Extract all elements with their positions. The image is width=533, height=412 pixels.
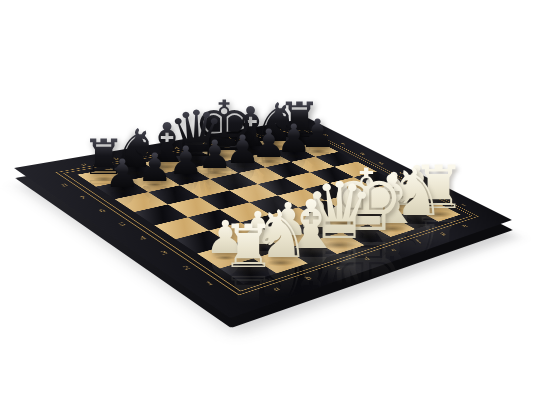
black-pawn-reflection: ♟ bbox=[197, 167, 232, 206]
white-rook: ♜ bbox=[412, 159, 465, 219]
piece-shadow bbox=[177, 157, 216, 166]
black-pawn-reflection: ♟ bbox=[225, 162, 260, 201]
black-knight: ♞ bbox=[112, 123, 160, 176]
piece-shadow bbox=[395, 217, 436, 226]
white-pawn: ♟ bbox=[237, 206, 278, 251]
white-queen-reflection: ♛ bbox=[304, 237, 374, 316]
piece-shadow bbox=[244, 246, 272, 252]
piece-shadow bbox=[211, 255, 239, 261]
piece-shadow bbox=[371, 224, 413, 233]
piece-shadow bbox=[330, 221, 358, 227]
piece-shadow bbox=[315, 239, 364, 250]
white-king-reflection: ♚ bbox=[328, 228, 405, 314]
white-queen: ♛ bbox=[304, 172, 374, 251]
white-pawn: ♟ bbox=[205, 215, 246, 260]
white-bishop-reflection: ♝ bbox=[361, 221, 422, 289]
piece-shadow bbox=[274, 237, 302, 243]
black-bishop: ♝ bbox=[226, 100, 275, 155]
black-knight-reflection: ♞ bbox=[112, 167, 160, 220]
piece-shadow bbox=[203, 170, 227, 175]
black-knight-reflection: ♞ bbox=[252, 140, 300, 193]
piece-shadow bbox=[340, 231, 393, 243]
piece-shadow bbox=[203, 152, 246, 162]
black-rook: ♜ bbox=[82, 134, 125, 182]
piece-shadow bbox=[233, 147, 267, 155]
white-bishop: ♝ bbox=[361, 166, 422, 234]
white-rook: ♜ bbox=[222, 217, 275, 277]
white-pawn: ♟ bbox=[349, 174, 390, 219]
piece-shadow bbox=[306, 149, 330, 154]
black-pawn: ♟ bbox=[105, 154, 140, 193]
piece-shadow bbox=[230, 164, 254, 169]
piece-shadow bbox=[257, 159, 281, 164]
pieces-layer: ♜♜♞♞♝♝♛♛♚♚♝♝♞♞♜♜♟♟♟♟♟♟♟♟♟♟♟♟♟♟♟♟♟♟♟♟♟♟♟♟… bbox=[0, 0, 533, 412]
piece-shadow bbox=[380, 206, 408, 212]
black-pawn: ♟ bbox=[137, 147, 172, 186]
black-rook-reflection: ♜ bbox=[82, 173, 125, 221]
black-king-reflection: ♚ bbox=[193, 149, 255, 218]
black-pawn: ♟ bbox=[225, 130, 260, 169]
black-pawn: ♟ bbox=[300, 114, 335, 153]
piece-shadow bbox=[282, 154, 306, 159]
piece-shadow bbox=[290, 249, 332, 258]
black-pawn: ♟ bbox=[168, 141, 203, 180]
piece-shadow bbox=[420, 210, 457, 218]
white-pawn-reflection: ♟ bbox=[349, 211, 390, 256]
white-knight-reflection: ♞ bbox=[251, 256, 310, 322]
black-pawn-reflection: ♟ bbox=[251, 156, 286, 195]
black-pawn-reflection: ♟ bbox=[300, 146, 335, 185]
white-pawn-reflection: ♟ bbox=[297, 226, 338, 271]
black-pawn: ♟ bbox=[197, 135, 232, 174]
white-pawn-reflection: ♟ bbox=[324, 218, 365, 263]
black-pawn-reflection: ♟ bbox=[276, 151, 311, 190]
piece-shadow bbox=[143, 182, 167, 187]
black-king: ♚ bbox=[193, 92, 255, 161]
black-pawn-reflection: ♟ bbox=[137, 180, 172, 219]
piece-shadow bbox=[110, 189, 134, 194]
black-bishop-reflection: ♝ bbox=[143, 161, 192, 216]
white-pawn: ♟ bbox=[373, 167, 414, 212]
black-bishop: ♝ bbox=[143, 116, 192, 171]
piece-shadow bbox=[303, 229, 331, 235]
white-pawn: ♟ bbox=[268, 197, 309, 242]
piece-shadow bbox=[230, 269, 267, 277]
white-knight-reflection: ♞ bbox=[386, 214, 445, 280]
black-bishop-reflection: ♝ bbox=[226, 145, 275, 200]
black-rook: ♜ bbox=[278, 96, 321, 144]
black-rook-reflection: ♜ bbox=[278, 136, 321, 184]
black-pawn: ♟ bbox=[251, 124, 286, 163]
white-rook-reflection: ♜ bbox=[222, 266, 275, 326]
white-king: ♚ bbox=[328, 158, 405, 244]
piece-shadow bbox=[260, 258, 301, 267]
white-pawn: ♟ bbox=[396, 160, 437, 205]
white-pawn-reflection: ♟ bbox=[373, 204, 414, 249]
white-bishop: ♝ bbox=[281, 191, 342, 259]
white-pawn-reflection: ♟ bbox=[237, 243, 278, 288]
piece-shadow bbox=[356, 213, 384, 219]
white-pawn-reflection: ♟ bbox=[205, 252, 246, 297]
piece-shadow bbox=[174, 176, 198, 181]
piece-shadow bbox=[150, 163, 184, 171]
piece-shadow bbox=[120, 169, 153, 176]
white-pawn: ♟ bbox=[324, 181, 365, 226]
black-pawn-reflection: ♟ bbox=[168, 173, 203, 212]
white-rook-reflection: ♜ bbox=[412, 208, 465, 268]
piece-shadow bbox=[259, 143, 292, 150]
piece-shadow bbox=[284, 139, 314, 146]
white-knight: ♞ bbox=[386, 160, 445, 226]
white-pawn-reflection: ♟ bbox=[396, 197, 437, 242]
piece-shadow bbox=[403, 200, 431, 206]
white-knight: ♞ bbox=[251, 202, 310, 268]
white-pawn: ♟ bbox=[297, 189, 338, 234]
white-pawn-reflection: ♟ bbox=[268, 234, 309, 279]
black-queen: ♛ bbox=[168, 102, 225, 166]
black-pawn-reflection: ♟ bbox=[105, 186, 140, 225]
black-queen-reflection: ♛ bbox=[168, 155, 225, 219]
black-pawn: ♟ bbox=[276, 119, 311, 158]
chess-set-photo: 88aa77bb66cc55dd44ee33ff22gg11hh ♜♜♞♞♝♝♛… bbox=[0, 0, 533, 412]
piece-shadow bbox=[89, 176, 119, 183]
black-knight: ♞ bbox=[252, 97, 300, 150]
white-bishop-reflection: ♝ bbox=[281, 246, 342, 314]
